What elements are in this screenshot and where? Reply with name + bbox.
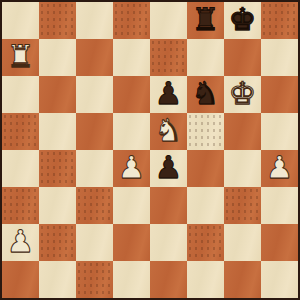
square-c5[interactable] (76, 113, 113, 150)
piece-black-pawn[interactable]: ♟ (155, 78, 183, 109)
square-b5[interactable] (39, 113, 76, 150)
chess-board: ♜♚♜♟♞♚♞♟♟♟♟ (0, 0, 300, 300)
square-g3[interactable] (224, 187, 261, 224)
square-f4[interactable] (187, 150, 224, 187)
piece-white-pawn[interactable]: ♟ (118, 152, 146, 183)
square-g2[interactable] (224, 224, 261, 261)
square-b8[interactable] (39, 2, 76, 39)
square-d1[interactable] (113, 261, 150, 298)
square-c2[interactable] (76, 224, 113, 261)
square-g1[interactable] (224, 261, 261, 298)
square-d4[interactable]: ♟ (113, 150, 150, 187)
square-f5[interactable] (187, 113, 224, 150)
square-b3[interactable] (39, 187, 76, 224)
square-g8[interactable]: ♚ (224, 2, 261, 39)
piece-white-knight[interactable]: ♞ (155, 115, 183, 146)
piece-black-rook[interactable]: ♜ (192, 4, 220, 35)
square-d3[interactable] (113, 187, 150, 224)
square-a4[interactable] (2, 150, 39, 187)
square-a5[interactable] (2, 113, 39, 150)
square-g5[interactable] (224, 113, 261, 150)
piece-black-king[interactable]: ♚ (229, 4, 257, 35)
square-g6[interactable]: ♚ (224, 76, 261, 113)
square-e2[interactable] (150, 224, 187, 261)
square-e6[interactable]: ♟ (150, 76, 187, 113)
square-a8[interactable] (2, 2, 39, 39)
square-b7[interactable] (39, 39, 76, 76)
square-h8[interactable] (261, 2, 298, 39)
square-b1[interactable] (39, 261, 76, 298)
square-h1[interactable] (261, 261, 298, 298)
square-d7[interactable] (113, 39, 150, 76)
square-e4[interactable]: ♟ (150, 150, 187, 187)
piece-white-pawn[interactable]: ♟ (7, 226, 35, 257)
square-e7[interactable] (150, 39, 187, 76)
square-h6[interactable] (261, 76, 298, 113)
square-d2[interactable] (113, 224, 150, 261)
square-h3[interactable] (261, 187, 298, 224)
square-f1[interactable] (187, 261, 224, 298)
square-h2[interactable] (261, 224, 298, 261)
square-c3[interactable] (76, 187, 113, 224)
square-b6[interactable] (39, 76, 76, 113)
square-c1[interactable] (76, 261, 113, 298)
square-a1[interactable] (2, 261, 39, 298)
piece-white-rook[interactable]: ♜ (7, 41, 35, 72)
square-e5[interactable]: ♞ (150, 113, 187, 150)
square-f8[interactable]: ♜ (187, 2, 224, 39)
square-f6[interactable]: ♞ (187, 76, 224, 113)
piece-white-pawn[interactable]: ♟ (266, 152, 294, 183)
square-c8[interactable] (76, 2, 113, 39)
square-a2[interactable]: ♟ (2, 224, 39, 261)
square-d5[interactable] (113, 113, 150, 150)
square-c4[interactable] (76, 150, 113, 187)
square-f2[interactable] (187, 224, 224, 261)
square-c7[interactable] (76, 39, 113, 76)
square-b4[interactable] (39, 150, 76, 187)
piece-black-knight[interactable]: ♞ (192, 78, 220, 109)
square-d6[interactable] (113, 76, 150, 113)
square-a7[interactable]: ♜ (2, 39, 39, 76)
square-e1[interactable] (150, 261, 187, 298)
square-c6[interactable] (76, 76, 113, 113)
piece-black-pawn[interactable]: ♟ (155, 152, 183, 183)
square-h7[interactable] (261, 39, 298, 76)
square-e8[interactable] (150, 2, 187, 39)
square-f7[interactable] (187, 39, 224, 76)
square-e3[interactable] (150, 187, 187, 224)
square-g4[interactable] (224, 150, 261, 187)
square-a3[interactable] (2, 187, 39, 224)
square-h5[interactable] (261, 113, 298, 150)
square-f3[interactable] (187, 187, 224, 224)
square-g7[interactable] (224, 39, 261, 76)
square-b2[interactable] (39, 224, 76, 261)
square-d8[interactable] (113, 2, 150, 39)
piece-white-king[interactable]: ♚ (229, 78, 257, 109)
square-a6[interactable] (2, 76, 39, 113)
square-h4[interactable]: ♟ (261, 150, 298, 187)
